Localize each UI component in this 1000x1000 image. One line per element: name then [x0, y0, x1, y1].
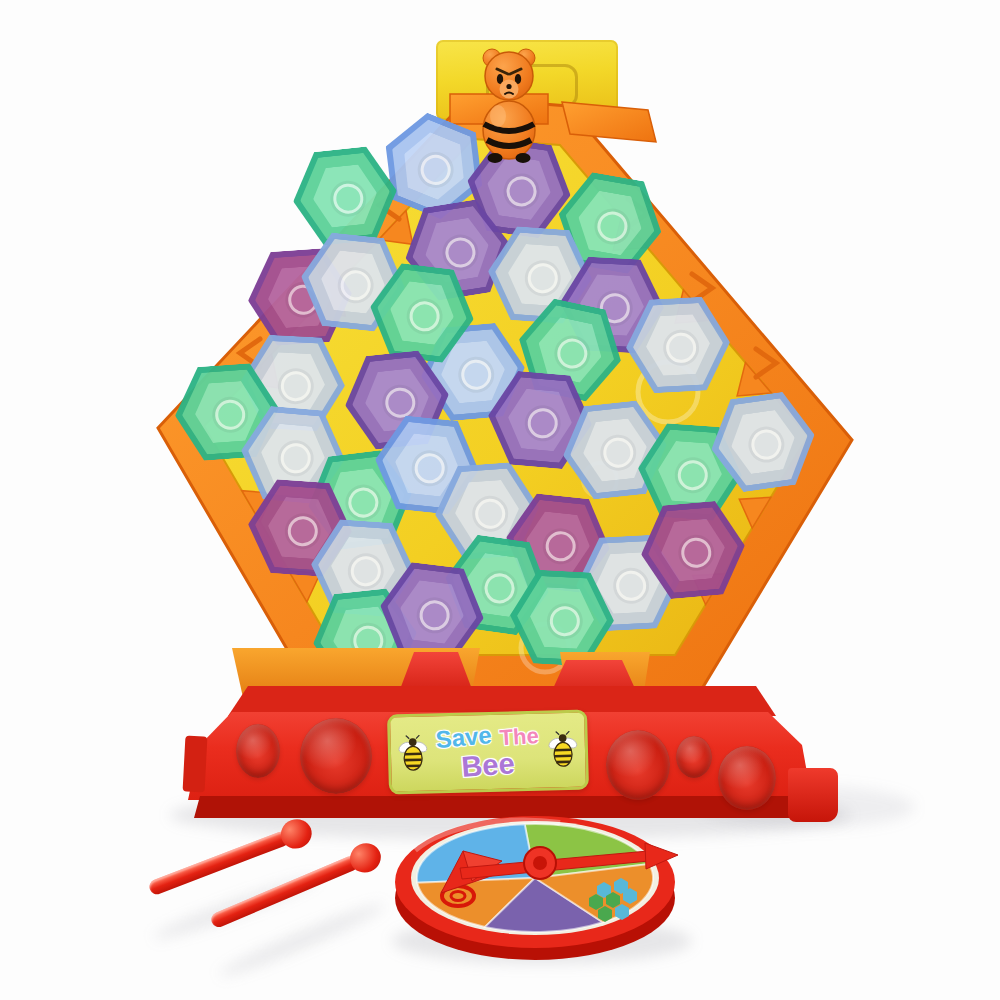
pointer-hub-cap: [533, 856, 547, 870]
spinner[interactable]: [395, 816, 678, 960]
scene: Save The Bee: [0, 0, 1000, 1000]
spinner-overlay: [0, 0, 1000, 1000]
